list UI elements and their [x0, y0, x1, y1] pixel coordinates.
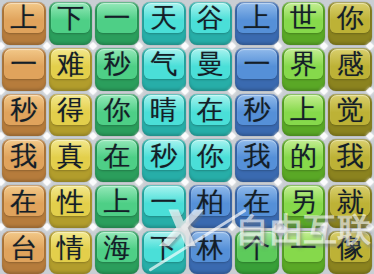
tile-character: 海 — [104, 234, 131, 261]
tile-r2c3[interactable]: 秒 — [95, 48, 139, 91]
tile-face: 谷 — [191, 3, 231, 33]
tile-face: 上 — [237, 3, 277, 33]
tile-character: 我 — [337, 142, 364, 169]
tile-character: 在 — [10, 188, 37, 215]
tile-r2c4[interactable]: 气 — [142, 48, 186, 91]
tile-r5c1[interactable]: 在 — [2, 185, 46, 228]
tile-face: 在 — [191, 95, 231, 125]
tile-character: 个 — [243, 234, 270, 261]
tile-r2c2[interactable]: 难 — [49, 48, 93, 91]
tile-r5c5[interactable]: 柏 — [189, 185, 233, 228]
tile-character: 难 — [57, 50, 84, 77]
tile-face: 我 — [330, 140, 370, 170]
puzzle-game-screen: 上下一天谷上世你一难秒气曼一界感秒得你晴在秒上觉我真在秒你我的我在性上一柏在另就… — [0, 0, 374, 274]
tile-face: 柏 — [191, 186, 231, 216]
tile-face: 就 — [330, 186, 370, 216]
tile-character: 上 — [243, 4, 270, 31]
tile-character: 在 — [104, 142, 131, 169]
tile-face: 个 — [237, 232, 277, 262]
tile-r1c8[interactable]: 你 — [328, 2, 372, 45]
tile-r4c5[interactable]: 你 — [189, 139, 233, 182]
tile-r6c4[interactable]: 下 — [142, 231, 186, 274]
tile-face: 气 — [144, 49, 184, 79]
tile-face: 你 — [330, 3, 370, 33]
tile-r4c4[interactable]: 秒 — [142, 139, 186, 182]
tile-face: 上 — [4, 3, 44, 33]
tile-character: 在 — [243, 188, 270, 215]
tile-face: 在 — [97, 140, 137, 170]
tile-face: 另 — [284, 186, 324, 216]
tile-character: 天 — [150, 4, 177, 31]
tile-character: 秒 — [10, 96, 37, 123]
tile-r6c6[interactable]: 个 — [235, 231, 279, 274]
tile-character: 我 — [10, 142, 37, 169]
tile-face: 世 — [284, 3, 324, 33]
tile-character: 上 — [104, 188, 131, 215]
tile-r5c7[interactable]: 另 — [282, 185, 326, 228]
tile-r5c4[interactable]: 一 — [142, 185, 186, 228]
tile-character: 情 — [57, 234, 84, 261]
tile-r4c1[interactable]: 我 — [2, 139, 46, 182]
tile-character: 曼 — [197, 50, 224, 77]
tile-character: 上 — [10, 4, 37, 31]
tile-r1c2[interactable]: 下 — [49, 2, 93, 45]
tile-r1c4[interactable]: 天 — [142, 2, 186, 45]
tile-r3c4[interactable]: 晴 — [142, 94, 186, 137]
tile-character: 下 — [150, 234, 177, 261]
tile-face: 秒 — [4, 95, 44, 125]
tile-face: 一 — [144, 186, 184, 216]
tile-character: 像 — [337, 234, 364, 261]
tile-character: 气 — [150, 50, 177, 77]
tile-face: 曼 — [191, 49, 231, 79]
tile-r2c8[interactable]: 感 — [328, 48, 372, 91]
tile-r3c2[interactable]: 得 — [49, 94, 93, 137]
tile-r3c7[interactable]: 上 — [282, 94, 326, 137]
tile-r6c3[interactable]: 海 — [95, 231, 139, 274]
tile-r3c6[interactable]: 秒 — [235, 94, 279, 137]
tile-character: 台 — [10, 234, 37, 261]
tile-face: 我 — [237, 140, 277, 170]
tile-character: 一 — [10, 50, 37, 77]
tile-face: 秒 — [144, 140, 184, 170]
tile-character: 的 — [290, 142, 317, 169]
tile-r4c2[interactable]: 真 — [49, 139, 93, 182]
tile-face: 一 — [4, 49, 44, 79]
tile-r4c8[interactable]: 我 — [328, 139, 372, 182]
tile-character: 一 — [104, 4, 131, 31]
tile-r5c8[interactable]: 就 — [328, 185, 372, 228]
tile-face: 得 — [51, 95, 91, 125]
tile-r4c3[interactable]: 在 — [95, 139, 139, 182]
tile-character: 一 — [150, 188, 177, 215]
tile-face: 一 — [97, 3, 137, 33]
tile-character: 觉 — [337, 96, 364, 123]
tile-face: 情 — [51, 232, 91, 262]
tile-character: 秒 — [150, 142, 177, 169]
tile-character: 晴 — [150, 96, 177, 123]
tile-face: 感 — [330, 49, 370, 79]
tile-r1c1[interactable]: 上 — [2, 2, 46, 45]
tile-r6c7[interactable]: 一 — [282, 231, 326, 274]
tile-character: 就 — [337, 188, 364, 215]
tile-face: 你 — [97, 95, 137, 125]
tile-face: 天 — [144, 3, 184, 33]
tile-r6c1[interactable]: 台 — [2, 231, 46, 274]
tile-face: 像 — [330, 232, 370, 262]
tile-face: 上 — [284, 95, 324, 125]
tile-character: 谷 — [197, 4, 224, 31]
tile-face: 你 — [191, 140, 231, 170]
tile-character: 感 — [337, 50, 364, 77]
tile-face: 难 — [51, 49, 91, 79]
tile-character: 界 — [290, 50, 317, 77]
tile-r5c6[interactable]: 在 — [235, 185, 279, 228]
tile-face: 真 — [51, 140, 91, 170]
tile-character: 柏 — [197, 188, 224, 215]
tile-face: 一 — [284, 232, 324, 262]
tile-r5c3[interactable]: 上 — [95, 185, 139, 228]
tile-face: 界 — [284, 49, 324, 79]
tile-r1c6[interactable]: 上 — [235, 2, 279, 45]
tile-character: 另 — [290, 188, 317, 215]
tile-character: 上 — [290, 96, 317, 123]
tile-face: 下 — [144, 232, 184, 262]
tile-character: 林 — [197, 234, 224, 261]
tile-r1c5[interactable]: 谷 — [189, 2, 233, 45]
tile-character: 秒 — [243, 96, 270, 123]
tile-r2c6[interactable]: 一 — [235, 48, 279, 91]
tile-face: 的 — [284, 140, 324, 170]
tile-character: 下 — [57, 4, 84, 31]
tile-character: 我 — [243, 142, 270, 169]
tile-character: 世 — [290, 4, 317, 31]
tile-r2c5[interactable]: 曼 — [189, 48, 233, 91]
tile-r4c6[interactable]: 我 — [235, 139, 279, 182]
tile-character: 性 — [57, 188, 84, 215]
tile-character: 你 — [104, 96, 131, 123]
tile-r3c5[interactable]: 在 — [189, 94, 233, 137]
tile-r5c2[interactable]: 性 — [49, 185, 93, 228]
tile-face: 林 — [191, 232, 231, 262]
tile-face: 一 — [237, 49, 277, 79]
tile-character: 在 — [197, 96, 224, 123]
tile-face: 在 — [237, 186, 277, 216]
tile-face: 秒 — [97, 49, 137, 79]
tile-face: 上 — [97, 186, 137, 216]
tile-r3c3[interactable]: 你 — [95, 94, 139, 137]
tile-character: 一 — [290, 234, 317, 261]
tile-r4c7[interactable]: 的 — [282, 139, 326, 182]
tile-face: 海 — [97, 232, 137, 262]
tile-face: 在 — [4, 186, 44, 216]
tile-face: 性 — [51, 186, 91, 216]
tile-r2c1[interactable]: 一 — [2, 48, 46, 91]
tile-face: 觉 — [330, 95, 370, 125]
tile-character: 你 — [337, 4, 364, 31]
tile-r6c8[interactable]: 像 — [328, 231, 372, 274]
tile-r1c3[interactable]: 一 — [95, 2, 139, 45]
tile-face: 秒 — [237, 95, 277, 125]
tile-face: 下 — [51, 3, 91, 33]
tile-character: 秒 — [104, 50, 131, 77]
tile-r6c2[interactable]: 情 — [49, 231, 93, 274]
tile-face: 台 — [4, 232, 44, 262]
tile-character: 你 — [197, 142, 224, 169]
tile-r2c7[interactable]: 界 — [282, 48, 326, 91]
tile-r3c1[interactable]: 秒 — [2, 94, 46, 137]
tile-character: 得 — [57, 96, 84, 123]
tile-face: 我 — [4, 140, 44, 170]
tile-r3c8[interactable]: 觉 — [328, 94, 372, 137]
tile-character: 一 — [243, 50, 270, 77]
tile-character: 真 — [57, 142, 84, 169]
tile-face: 晴 — [144, 95, 184, 125]
tile-r1c7[interactable]: 世 — [282, 2, 326, 45]
tile-r6c5[interactable]: 林 — [189, 231, 233, 274]
